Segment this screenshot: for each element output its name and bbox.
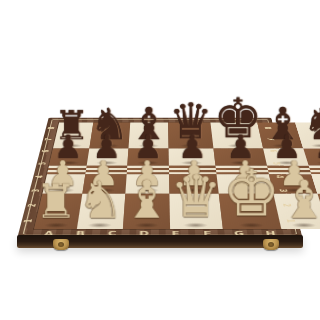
brass-clasp-left: [53, 239, 69, 250]
piece-white-bishop: ♝: [123, 173, 170, 225]
square-f1[interactable]: ♝: [273, 194, 320, 229]
square-b1[interactable]: ♞: [76, 194, 125, 229]
piece-white-king: ♚: [222, 161, 280, 226]
piece-black-pawn: ♟: [313, 131, 320, 164]
square-c1[interactable]: ♝: [123, 194, 170, 229]
piece-white-knight: ♞: [77, 174, 123, 225]
board-squares: ♜♞♝♛♚♝♞♜♟♟♟♟♟♟♟♟♟♟♟♟♟♟♟♟♜♞♝♛♚♝♞♜: [34, 123, 286, 229]
rank-label-6: 6: [32, 150, 60, 153]
rank-label-7: 7: [257, 138, 284, 141]
rank-label-6: 6: [260, 150, 288, 153]
square-d1[interactable]: ♛: [169, 194, 222, 229]
chess-board: ♜♞♝♛♚♝♞♜♟♟♟♟♟♟♟♟♟♟♟♟♟♟♟♟♜♞♝♛♚♝♞♜ ABCDEFG…: [18, 118, 303, 237]
product-photo-scene: ♜♞♝♛♚♝♞♜♟♟♟♟♟♟♟♟♟♟♟♟♟♟♟♟♜♞♝♛♚♝♞♜ ABCDEFG…: [0, 0, 320, 320]
piece-white-bishop: ♝: [280, 173, 320, 225]
rank-label-8: 8: [255, 127, 281, 129]
piece-white-rook: ♜: [35, 179, 77, 226]
square-a1[interactable]: ♜: [34, 194, 82, 229]
rank-label-8: 8: [39, 127, 65, 129]
square-e1[interactable]: ♚: [218, 194, 281, 229]
box-front-edge: [17, 235, 303, 248]
piece-white-queen: ♛: [170, 168, 222, 226]
brass-clasp-right: [263, 239, 279, 250]
rank-label-7: 7: [36, 138, 63, 141]
